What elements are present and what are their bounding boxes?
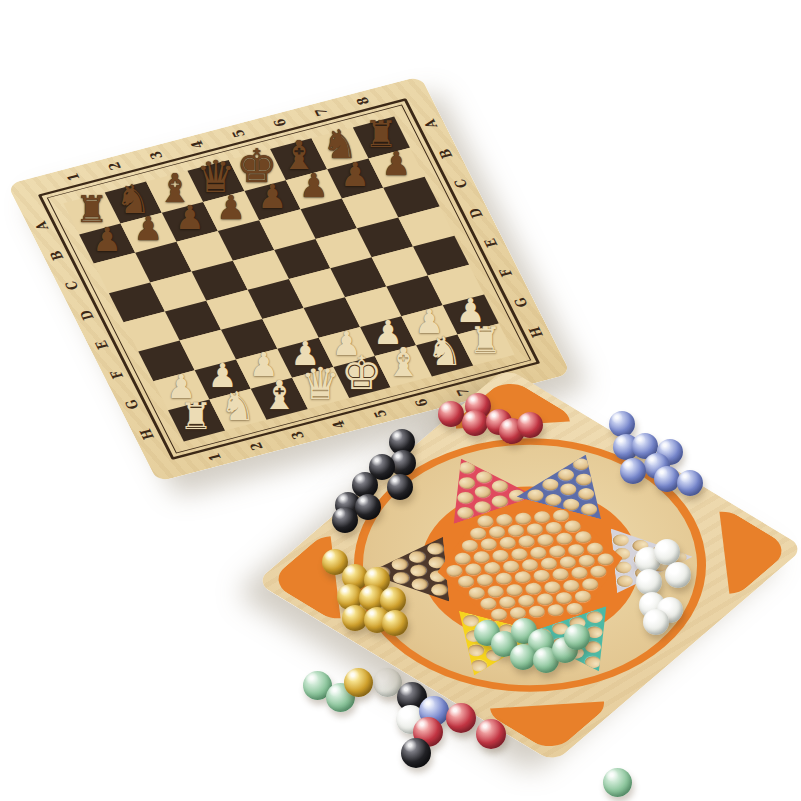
chess-piece-white-n[interactable]: ♞ xyxy=(220,386,256,426)
center-hole[interactable] xyxy=(502,560,520,573)
chess-piece-black-p[interactable]: ♟ xyxy=(134,212,164,245)
center-hole[interactable] xyxy=(562,579,580,592)
marble-black[interactable] xyxy=(401,738,431,768)
center-hole[interactable] xyxy=(559,556,577,569)
center-hole[interactable] xyxy=(578,554,596,567)
chess-piece-black-p[interactable]: ♟ xyxy=(216,191,246,224)
marble-green[interactable] xyxy=(303,671,332,700)
center-hole[interactable] xyxy=(533,511,551,524)
center-hole[interactable] xyxy=(574,531,592,544)
center-hole[interactable] xyxy=(446,564,464,577)
center-hole[interactable] xyxy=(544,522,562,535)
marble-green[interactable] xyxy=(326,683,355,712)
triangle-hole[interactable] xyxy=(410,564,427,576)
chess-piece-white-r[interactable]: ♜ xyxy=(180,398,213,435)
center-hole[interactable] xyxy=(586,542,604,555)
center-hole[interactable] xyxy=(457,575,475,588)
center-hole[interactable] xyxy=(574,590,592,603)
center-hole[interactable] xyxy=(581,578,599,591)
chess-piece-black-p[interactable]: ♟ xyxy=(341,158,371,191)
center-hole[interactable] xyxy=(570,567,588,580)
center-hole[interactable] xyxy=(548,545,566,558)
center-hole[interactable] xyxy=(514,512,532,525)
chess-grid: ♜♞♝♛♚♝♞♜♟♟♟♟♟♟♟♟♟♟♟♟♟♟♟♟♜♞♝♛♚♝♞♜ xyxy=(63,117,514,442)
product-photo-scene: ♜♞♝♛♚♝♞♜♟♟♟♟♟♟♟♟♟♟♟♟♟♟♟♟♜♞♝♛♚♝♞♜ 11AA22B… xyxy=(0,0,801,801)
center-hole[interactable] xyxy=(567,543,585,556)
center-hole[interactable] xyxy=(476,574,494,587)
center-hole[interactable] xyxy=(517,594,535,607)
center-hole[interactable] xyxy=(490,608,508,621)
center-hole[interactable] xyxy=(566,602,584,615)
center-hole[interactable] xyxy=(544,581,562,594)
center-hole[interactable] xyxy=(495,513,513,526)
center-hole[interactable] xyxy=(551,568,569,581)
center-hole[interactable] xyxy=(563,520,581,533)
center-hole[interactable] xyxy=(469,527,487,540)
triangle-hole[interactable] xyxy=(426,543,443,555)
chess-piece-white-r[interactable]: ♜ xyxy=(469,322,502,359)
center-hole[interactable] xyxy=(461,540,479,553)
chess-piece-black-p[interactable]: ♟ xyxy=(92,223,122,256)
center-hole[interactable] xyxy=(506,583,524,596)
center-hole[interactable] xyxy=(507,524,525,537)
chess-piece-black-p[interactable]: ♟ xyxy=(299,169,329,202)
center-hole[interactable] xyxy=(495,572,513,585)
center-hole[interactable] xyxy=(453,552,471,565)
chess-piece-white-b[interactable]: ♝ xyxy=(385,342,421,382)
center-hole[interactable] xyxy=(510,548,528,561)
triangle-hole[interactable] xyxy=(392,572,409,584)
center-hole[interactable] xyxy=(521,559,539,572)
center-hole[interactable] xyxy=(528,605,546,618)
chess-piece-black-p[interactable]: ♟ xyxy=(175,201,205,234)
center-hole[interactable] xyxy=(529,546,547,559)
triangle-hole[interactable] xyxy=(411,578,428,590)
chess-piece-black-p[interactable]: ♟ xyxy=(382,147,412,180)
triangle-hole[interactable] xyxy=(408,551,425,563)
center-hole[interactable] xyxy=(589,565,607,578)
chess-piece-white-n[interactable]: ♞ xyxy=(427,331,463,371)
center-hole[interactable] xyxy=(491,549,509,562)
center-hole[interactable] xyxy=(513,571,531,584)
center-hole[interactable] xyxy=(483,562,501,575)
center-hole[interactable] xyxy=(532,570,550,583)
center-hole[interactable] xyxy=(477,515,495,528)
center-hole[interactable] xyxy=(552,509,570,522)
center-hole[interactable] xyxy=(468,586,486,599)
center-hole[interactable] xyxy=(525,582,543,595)
center-hole[interactable] xyxy=(556,532,574,545)
center-hole[interactable] xyxy=(597,553,615,566)
checkers-star xyxy=(282,386,778,743)
marble-white[interactable] xyxy=(396,705,425,734)
triangle-hole[interactable] xyxy=(391,559,408,571)
center-hole[interactable] xyxy=(472,551,490,564)
center-hole[interactable] xyxy=(499,537,517,550)
center-hole[interactable] xyxy=(480,538,498,551)
marble-green[interactable] xyxy=(603,768,632,797)
center-hole[interactable] xyxy=(555,592,573,605)
chess-piece-black-p[interactable]: ♟ xyxy=(258,180,288,213)
center-hole[interactable] xyxy=(540,557,558,570)
center-hole[interactable] xyxy=(537,534,555,547)
triangle-hole[interactable] xyxy=(430,584,447,596)
center-hole[interactable] xyxy=(487,585,505,598)
center-hole[interactable] xyxy=(518,535,536,548)
chess-piece-white-b[interactable]: ♝ xyxy=(261,375,297,415)
center-hole[interactable] xyxy=(547,604,565,617)
center-hole[interactable] xyxy=(526,523,544,536)
triangle-hole[interactable] xyxy=(373,566,390,578)
center-hole[interactable] xyxy=(465,563,483,576)
center-hole[interactable] xyxy=(479,597,497,610)
center-hole[interactable] xyxy=(498,596,516,609)
center-hole[interactable] xyxy=(509,607,527,620)
star-triangle-black[interactable] xyxy=(364,537,449,606)
center-hole[interactable] xyxy=(488,526,506,539)
center-hole[interactable] xyxy=(536,593,554,606)
